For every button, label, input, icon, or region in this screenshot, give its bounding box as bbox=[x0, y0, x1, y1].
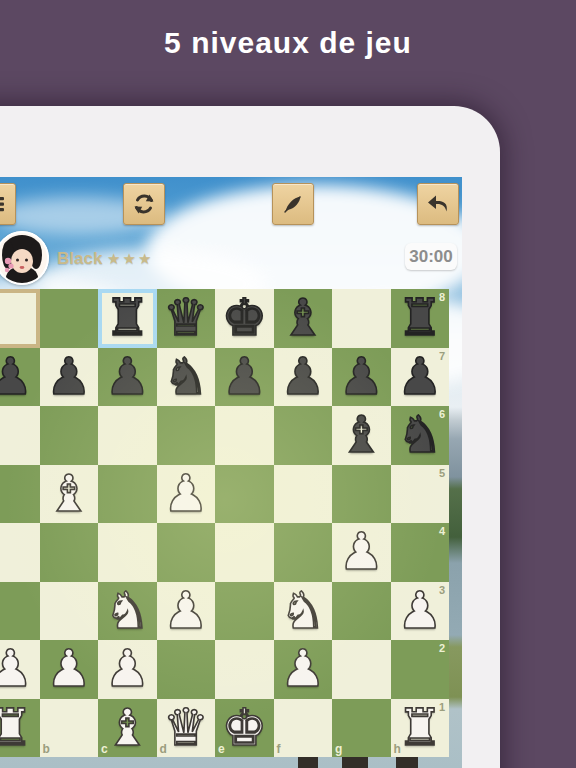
piece-black-king[interactable]: ♚ bbox=[221, 289, 267, 347]
square-g7[interactable]: ♟ bbox=[332, 348, 391, 407]
piece-white-knight[interactable]: ♞ bbox=[104, 582, 150, 640]
piece-white-bishop[interactable]: ♝ bbox=[104, 699, 150, 757]
piece-white-pawn[interactable]: ♟ bbox=[397, 582, 443, 640]
square-d6[interactable] bbox=[157, 406, 216, 465]
square-b8[interactable] bbox=[40, 289, 99, 348]
square-c4[interactable] bbox=[98, 523, 157, 582]
piece-black-pawn[interactable]: ♟ bbox=[397, 348, 443, 406]
square-g3[interactable] bbox=[332, 582, 391, 641]
square-g8[interactable] bbox=[332, 289, 391, 348]
square-f5[interactable] bbox=[274, 465, 333, 524]
rank-label-6: 6 bbox=[439, 408, 445, 420]
piece-white-pawn[interactable]: ♟ bbox=[104, 640, 150, 698]
player-name: Black ★★★ bbox=[57, 249, 153, 269]
undo-button[interactable] bbox=[417, 183, 459, 225]
square-d5[interactable]: ♟ bbox=[157, 465, 216, 524]
square-b6[interactable] bbox=[40, 406, 99, 465]
file-label-f: f bbox=[277, 742, 281, 756]
rank-label-1: 1 bbox=[439, 701, 445, 713]
square-e3[interactable] bbox=[215, 582, 274, 641]
piece-white-queen[interactable]: ♛ bbox=[163, 699, 209, 757]
square-f1[interactable]: f bbox=[274, 699, 333, 758]
square-a7[interactable]: ♟ bbox=[0, 348, 40, 407]
difficulty-stars: ★★★ bbox=[107, 250, 153, 267]
square-f3[interactable]: ♞ bbox=[274, 582, 333, 641]
piece-black-pawn[interactable]: ♟ bbox=[104, 348, 150, 406]
refresh-icon bbox=[131, 191, 157, 217]
game-clock: 30:00 bbox=[405, 243, 457, 270]
file-label-e: e bbox=[218, 742, 225, 756]
piece-black-bishop[interactable]: ♝ bbox=[338, 406, 384, 464]
square-a6[interactable] bbox=[0, 406, 40, 465]
hint-button[interactable] bbox=[272, 183, 314, 225]
square-a8[interactable] bbox=[0, 289, 40, 348]
chess-board: ♜♛♚♝8♜♟♟♟♞♟♟♟7♟♝6♞♝♟5♟4♞♟♞3♟♟♟♟♟2a♜bc♝d♛… bbox=[0, 289, 449, 757]
square-e2[interactable] bbox=[215, 640, 274, 699]
hamburger-icon bbox=[0, 192, 7, 216]
piece-white-pawn[interactable]: ♟ bbox=[163, 582, 209, 640]
page-title: 5 niveaux de jeu bbox=[0, 26, 576, 60]
rank-label-3: 3 bbox=[439, 584, 445, 596]
square-h3[interactable]: 3♟ bbox=[391, 582, 450, 641]
square-a5[interactable] bbox=[0, 465, 40, 524]
square-f4[interactable] bbox=[274, 523, 333, 582]
square-h4[interactable]: 4 bbox=[391, 523, 450, 582]
square-h2[interactable]: 2 bbox=[391, 640, 450, 699]
square-b4[interactable] bbox=[40, 523, 99, 582]
square-g2[interactable] bbox=[332, 640, 391, 699]
square-a4[interactable] bbox=[0, 523, 40, 582]
square-f2[interactable]: ♟ bbox=[274, 640, 333, 699]
square-h7[interactable]: 7♟ bbox=[391, 348, 450, 407]
square-g6[interactable]: ♝ bbox=[332, 406, 391, 465]
square-f8[interactable]: ♝ bbox=[274, 289, 333, 348]
piece-white-king[interactable]: ♚ bbox=[221, 699, 267, 757]
square-e6[interactable] bbox=[215, 406, 274, 465]
menu-button[interactable] bbox=[0, 183, 16, 225]
feather-icon bbox=[281, 192, 305, 216]
piece-white-rook[interactable]: ♜ bbox=[0, 699, 33, 757]
piece-black-knight[interactable]: ♞ bbox=[397, 406, 443, 464]
piece-black-queen[interactable]: ♛ bbox=[163, 289, 209, 347]
piece-black-bishop[interactable]: ♝ bbox=[280, 289, 326, 347]
square-e1[interactable]: e♚ bbox=[215, 699, 274, 758]
undo-arrow-icon bbox=[425, 191, 451, 217]
square-d2[interactable] bbox=[157, 640, 216, 699]
rank-label-8: 8 bbox=[439, 291, 445, 303]
piece-black-pawn[interactable]: ♟ bbox=[46, 348, 92, 406]
square-h5[interactable]: 5 bbox=[391, 465, 450, 524]
piece-black-rook[interactable]: ♜ bbox=[397, 289, 443, 347]
square-g1[interactable]: g bbox=[332, 699, 391, 758]
file-label-h: h bbox=[394, 742, 401, 756]
square-a2[interactable]: ♟ bbox=[0, 640, 40, 699]
file-label-g: g bbox=[335, 742, 342, 756]
flip-board-button[interactable] bbox=[123, 183, 165, 225]
file-label-c: c bbox=[101, 742, 108, 756]
square-c6[interactable] bbox=[98, 406, 157, 465]
device-card: Black ★★★ 30:00 ♜♛♚♝8♜♟♟♟♞♟♟♟7♟♝6♞♝♟5♟4♞… bbox=[0, 106, 500, 768]
square-a1[interactable]: a♜ bbox=[0, 699, 40, 758]
square-b3[interactable] bbox=[40, 582, 99, 641]
square-c7[interactable]: ♟ bbox=[98, 348, 157, 407]
square-d8[interactable]: ♛ bbox=[157, 289, 216, 348]
piece-black-rook[interactable]: ♜ bbox=[104, 289, 150, 347]
square-f6[interactable] bbox=[274, 406, 333, 465]
square-g5[interactable] bbox=[332, 465, 391, 524]
rank-label-7: 7 bbox=[439, 350, 445, 362]
square-c1[interactable]: c♝ bbox=[98, 699, 157, 758]
square-d1[interactable]: d♛ bbox=[157, 699, 216, 758]
piece-white-pawn[interactable]: ♟ bbox=[163, 465, 209, 523]
square-d7[interactable]: ♞ bbox=[157, 348, 216, 407]
square-b1[interactable]: b bbox=[40, 699, 99, 758]
piece-white-pawn[interactable]: ♟ bbox=[280, 640, 326, 698]
piece-white-knight[interactable]: ♞ bbox=[280, 582, 326, 640]
piece-white-bishop[interactable]: ♝ bbox=[46, 465, 92, 523]
square-b7[interactable]: ♟ bbox=[40, 348, 99, 407]
piece-black-pawn[interactable]: ♟ bbox=[0, 348, 33, 406]
rank-label-5: 5 bbox=[439, 467, 445, 479]
square-a3[interactable] bbox=[0, 582, 40, 641]
square-e7[interactable]: ♟ bbox=[215, 348, 274, 407]
square-b5[interactable]: ♝ bbox=[40, 465, 99, 524]
square-b2[interactable]: ♟ bbox=[40, 640, 99, 699]
rank-label-2: 2 bbox=[439, 642, 445, 654]
square-h1[interactable]: 1h♜ bbox=[391, 699, 450, 758]
square-d3[interactable]: ♟ bbox=[157, 582, 216, 641]
square-f7[interactable]: ♟ bbox=[274, 348, 333, 407]
piece-black-pawn[interactable]: ♟ bbox=[280, 348, 326, 406]
square-g4[interactable]: ♟ bbox=[332, 523, 391, 582]
square-c2[interactable]: ♟ bbox=[98, 640, 157, 699]
piece-white-pawn[interactable]: ♟ bbox=[338, 523, 384, 581]
square-h6[interactable]: 6♞ bbox=[391, 406, 450, 465]
piece-white-pawn[interactable]: ♟ bbox=[0, 640, 33, 698]
piece-white-pawn[interactable]: ♟ bbox=[46, 640, 92, 698]
square-e5[interactable] bbox=[215, 465, 274, 524]
promo-screen: 5 niveaux de jeu bbox=[0, 0, 576, 768]
rank-label-4: 4 bbox=[439, 525, 445, 537]
piece-black-pawn[interactable]: ♟ bbox=[338, 348, 384, 406]
square-c3[interactable]: ♞ bbox=[98, 582, 157, 641]
piece-white-rook[interactable]: ♜ bbox=[397, 699, 443, 757]
square-c8[interactable]: ♜ bbox=[98, 289, 157, 348]
square-c5[interactable] bbox=[98, 465, 157, 524]
file-label-d: d bbox=[160, 742, 167, 756]
piece-black-pawn[interactable]: ♟ bbox=[221, 348, 267, 406]
square-e4[interactable] bbox=[215, 523, 274, 582]
chess-app-screenshot: Black ★★★ 30:00 ♜♛♚♝8♜♟♟♟♞♟♟♟7♟♝6♞♝♟5♟4♞… bbox=[0, 177, 462, 768]
square-e8[interactable]: ♚ bbox=[215, 289, 274, 348]
square-h8[interactable]: 8♜ bbox=[391, 289, 450, 348]
square-d4[interactable] bbox=[157, 523, 216, 582]
piece-black-knight[interactable]: ♞ bbox=[163, 348, 209, 406]
file-label-b: b bbox=[43, 742, 50, 756]
